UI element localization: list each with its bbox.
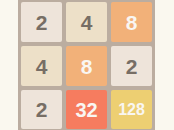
tile-r1c1-8: 8 — [66, 46, 107, 86]
2048-game-screenshot: 248482232128 — [0, 0, 174, 130]
tile-r0c2-8: 8 — [111, 2, 152, 42]
tile-r0c1-4: 4 — [66, 2, 107, 42]
tile-r2c0-2: 2 — [21, 90, 62, 129]
tile-r2c2-128: 128 — [111, 90, 152, 129]
tile-r1c0-4: 4 — [21, 46, 62, 86]
tile-r1c2-2: 2 — [111, 46, 152, 86]
tile-r0c0-2: 2 — [21, 2, 62, 42]
tile-r2c1-32: 32 — [66, 90, 107, 129]
game-board: 248482232128 — [18, 0, 155, 130]
